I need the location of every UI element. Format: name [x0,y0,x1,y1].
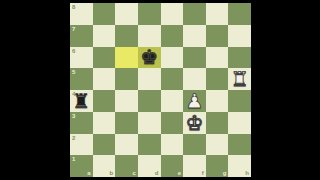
square-b6[interactable] [93,47,116,69]
file-label-e: e [178,170,181,176]
square-g8[interactable] [206,3,229,25]
square-g7[interactable] [206,25,229,47]
square-d7[interactable] [138,25,161,47]
square-e4[interactable] [161,90,184,112]
square-c7[interactable] [115,25,138,47]
square-a7[interactable]: 7 [70,25,93,47]
square-e3[interactable] [161,112,184,134]
square-g4[interactable] [206,90,229,112]
file-label-b: b [110,170,114,176]
square-a3[interactable]: 3 [70,112,93,134]
square-b2[interactable] [93,134,116,156]
square-a6[interactable]: 6 [70,47,93,69]
square-f4[interactable]: ♟ [183,90,206,112]
square-f5[interactable] [183,68,206,90]
square-e6[interactable] [161,47,184,69]
black-rook-icon[interactable]: ♜ [72,91,90,111]
square-d6[interactable]: ♚ [138,47,161,69]
square-b5[interactable] [93,68,116,90]
square-b8[interactable] [93,3,116,25]
square-e7[interactable] [161,25,184,47]
square-c1[interactable]: c [115,155,138,177]
file-label-c: c [133,170,136,176]
square-f6[interactable] [183,47,206,69]
square-e2[interactable] [161,134,184,156]
square-f7[interactable] [183,25,206,47]
square-e1[interactable]: e [161,155,184,177]
square-b4[interactable] [93,90,116,112]
square-g1[interactable]: g [206,155,229,177]
file-label-g: g [223,170,227,176]
square-c5[interactable] [115,68,138,90]
square-h1[interactable]: h [228,155,251,177]
square-b3[interactable] [93,112,116,134]
white-rook-icon[interactable]: ♜ [231,69,249,89]
square-g6[interactable] [206,47,229,69]
square-f2[interactable] [183,134,206,156]
square-f1[interactable]: f [183,155,206,177]
square-c2[interactable] [115,134,138,156]
square-d4[interactable] [138,90,161,112]
square-a5[interactable]: 5 [70,68,93,90]
file-label-f: f [202,170,204,176]
rank-label-2: 2 [72,135,75,141]
rank-label-8: 8 [72,4,75,10]
square-h2[interactable] [228,134,251,156]
rank-label-5: 5 [72,69,75,75]
square-e8[interactable] [161,3,184,25]
square-d2[interactable] [138,134,161,156]
square-h7[interactable] [228,25,251,47]
square-g5[interactable] [206,68,229,90]
square-g2[interactable] [206,134,229,156]
square-c6[interactable] [115,47,138,69]
file-label-d: d [155,170,159,176]
square-a8[interactable]: 8 [70,3,93,25]
white-king-icon[interactable]: ♚ [185,113,203,133]
square-d8[interactable] [138,3,161,25]
square-f3[interactable]: ♚ [183,112,206,134]
square-g3[interactable] [206,112,229,134]
chess-board: 876♚5♜4♜♟3♚21abcdefgh [70,3,251,177]
square-h5[interactable]: ♜ [228,68,251,90]
square-h8[interactable] [228,3,251,25]
square-h3[interactable] [228,112,251,134]
rank-label-1: 1 [72,156,75,162]
square-b7[interactable] [93,25,116,47]
square-d3[interactable] [138,112,161,134]
square-a2[interactable]: 2 [70,134,93,156]
square-h6[interactable] [228,47,251,69]
square-c8[interactable] [115,3,138,25]
rank-label-7: 7 [72,26,75,32]
square-c4[interactable] [115,90,138,112]
file-label-h: h [245,170,249,176]
file-label-a: a [87,170,90,176]
square-b1[interactable]: b [93,155,116,177]
rank-label-6: 6 [72,48,75,54]
square-d5[interactable] [138,68,161,90]
square-f8[interactable] [183,3,206,25]
letterbox-frame: 876♚5♜4♜♟3♚21abcdefgh [0,0,320,180]
rank-label-3: 3 [72,113,75,119]
square-a1[interactable]: 1a [70,155,93,177]
square-c3[interactable] [115,112,138,134]
square-h4[interactable] [228,90,251,112]
square-a4[interactable]: 4♜ [70,90,93,112]
square-d1[interactable]: d [138,155,161,177]
square-e5[interactable] [161,68,184,90]
black-king-icon[interactable]: ♚ [140,47,158,67]
white-pawn-icon[interactable]: ♟ [185,91,203,111]
